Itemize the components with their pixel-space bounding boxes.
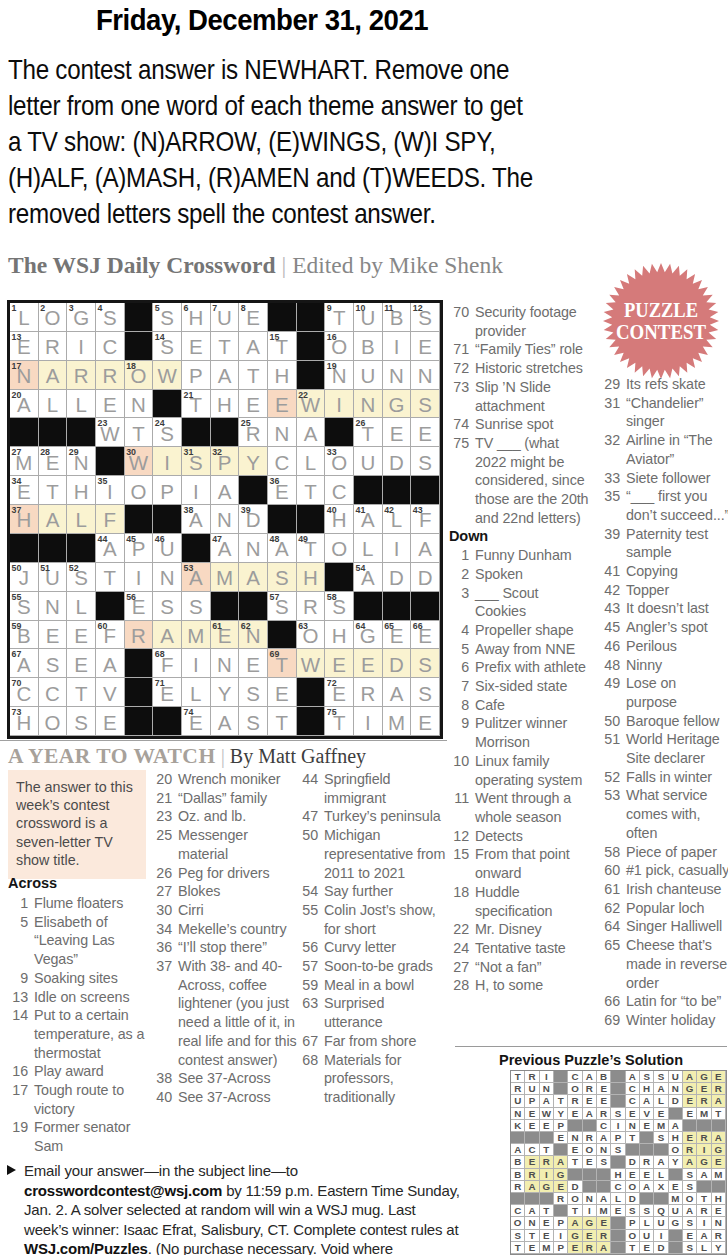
block-cell [297,303,326,332]
letter-cell: R [554,1193,568,1205]
letter-cell: N [268,418,297,447]
letter-cell: E [39,621,68,650]
letter-cell: M [669,1193,683,1205]
letter-cell: G [568,1230,582,1242]
letter-cell: A [654,1083,668,1095]
clue-text: It doesn’t last [626,599,728,618]
cell-number: 43 [413,505,423,515]
cell-number: 33 [327,447,337,457]
block-cell [239,476,268,505]
clue-number: 50 [298,826,324,882]
letter-cell: I [540,1169,554,1181]
clue-number: 69 [600,1011,626,1030]
cell-letter: E [354,649,382,677]
block-cell [125,649,154,678]
letter-cell: S [511,1230,525,1242]
clue-75: 75TV ___ (what 2022 might be considered,… [449,434,592,528]
cell-letter: A [153,621,181,649]
clue-text: Tentative taste [475,939,592,958]
letter-cell: C [39,678,68,707]
masthead-title: The WSJ Daily Crossword [8,252,275,278]
clue-text: From that point onward [475,845,592,882]
block-cell [554,1071,568,1083]
clue-5: 5Away from NNE [449,640,592,659]
clue-53: 53What service comes with, often [600,786,728,842]
letter-cell: A [39,505,68,534]
cell-letter: H [67,476,95,504]
letter-cell: 5S [153,303,182,332]
cell-letter: O [325,534,353,562]
letter-cell: 57S [268,592,297,621]
block-cell [568,1120,582,1132]
cell-letter: S [182,592,210,620]
letter-cell: E [568,1108,582,1120]
letter-cell: N [525,1217,539,1229]
clue-column-right-1: 70Security footage provider71“Family Tie… [449,303,592,995]
down-clues-29-69: 29Its refs skate31“Chandelier” singer32A… [600,375,728,1030]
clue-number: 20 [152,770,178,789]
clue-number: 64 [600,917,626,936]
block-cell [297,361,326,390]
letter-cell: G [554,1169,568,1181]
cell-letter: S [39,649,67,677]
cell-letter: N [268,418,296,446]
letter-cell: I [125,563,154,592]
letter-cell: E [654,1108,668,1120]
clue-text: Siete follower [626,469,728,488]
cell-letter: A [239,332,267,360]
clue-18: 18Huddle specification [449,883,592,920]
letter-cell: R [712,1083,726,1095]
divider-right [455,1046,727,1047]
letter-cell: 46U [153,534,182,563]
letter-cell: C [268,447,297,476]
cell-number: 58 [327,592,337,602]
letter-cell: A [597,1193,611,1205]
letter-cell: H [325,621,354,650]
letter-cell: 41A [354,505,383,534]
letter-cell: S [411,678,440,707]
letter-cell: 63O [297,621,326,650]
letter-cell: A [211,707,240,736]
clue-12: 12Detects [449,827,592,846]
letter-cell: P [153,476,182,505]
block-cell [554,1144,568,1156]
cell-letter: N [411,361,439,389]
clue-number: 1 [8,894,34,913]
clue-number: 58 [600,843,626,862]
clue-number: 61 [600,880,626,899]
clue-52: 52Falls in winter [600,768,728,787]
clue-text: Funny Dunham [475,546,592,565]
block-cell [669,1169,683,1181]
clue-text: Tough route to victory [34,1081,150,1118]
cell-letter: M [182,621,210,649]
clue-text: Mekelle’s country [178,920,298,939]
letter-cell: T [511,1242,525,1254]
cell-letter: E [67,649,95,677]
clue-number: 57 [298,957,324,976]
letter-cell: R [525,1071,539,1083]
letter-cell: H [669,1132,683,1144]
cell-letter: T [297,476,325,504]
cell-letter: G [383,390,411,418]
letter-cell: P [554,1242,568,1254]
letter-cell: N [211,649,240,678]
clue-number: 75 [449,434,475,528]
letter-cell: T [297,476,326,505]
clue-number: 56 [298,938,324,957]
cell-letter: U [354,361,382,389]
clue-46: 46Perilous [600,637,728,656]
block-cell [411,592,440,621]
clue-number: 44 [298,770,324,807]
clue-number: 73 [449,378,475,415]
letter-cell: W [540,1108,554,1120]
cell-letter: S [153,592,181,620]
cell-letter: A [211,707,239,735]
cell-number: 74 [183,707,193,717]
letter-cell: 42L [383,505,412,534]
letter-cell: B [511,1169,525,1181]
block-cell [411,476,440,505]
clue-44: 44Springfield immigrant [298,770,446,807]
cell-number: 70 [12,678,22,688]
clue-66: 66Latin for “to be” [600,992,728,1011]
clue-23: 23Oz. and lb. [152,807,298,826]
clue-text: Topper [626,581,728,600]
letter-cell: I [354,707,383,736]
cell-number: 68 [155,649,165,659]
letter-cell: N [568,1132,582,1144]
letter-cell: 64G [354,621,383,650]
letter-cell: 62N [239,621,268,650]
letter-cell: E [583,1156,597,1168]
letter-cell: E [325,649,354,678]
letter-cell: S [626,1205,640,1217]
cell-letter: E [411,707,439,735]
block-cell [383,592,412,621]
cell-letter: E [239,390,267,418]
letter-cell: T [211,332,240,361]
letter-cell: 19N [325,361,354,390]
clue-text: Cafe [475,696,592,715]
block-cell [96,592,125,621]
clue-number: 52 [600,768,626,787]
clue-number: 49 [600,674,626,711]
clue-text: Colin Jost’s show, for short [324,901,446,938]
cell-letter: R [96,361,124,389]
letter-cell: A [211,361,240,390]
letter-cell: 58S [325,592,354,621]
cell-number: 65 [384,621,394,631]
clue-text: Materials for professors, traditionally [324,1051,446,1107]
clue-39: 39Paternity test sample [600,525,728,562]
cell-number: 29 [69,447,79,457]
cell-number: 44 [97,534,107,544]
letter-cell: A [525,1181,539,1193]
clue-number: 47 [298,807,324,826]
clue-text: Huddle specification [475,883,592,920]
letter-cell: E [525,1120,539,1132]
cell-number: 57 [269,592,279,602]
letter-cell: A [239,563,268,592]
letter-cell: I [554,1230,568,1242]
cell-letter: L [67,505,95,533]
letter-cell: A [583,1071,597,1083]
cell-number: 9 [327,303,332,313]
clue-text: Surprised utterance [324,994,446,1031]
cell-letter: Y [239,447,267,475]
letter-cell: E [597,1083,611,1095]
letter-cell: M [697,1108,711,1120]
letter-cell: 28E [39,447,68,476]
clue-37: 37With 38- and 40-Across, coffee lighten… [152,957,298,1069]
cell-letter: T [67,678,95,706]
clue-29: 29Its refs skate [600,375,728,394]
letter-cell: N [669,1083,683,1095]
cell-letter: R [39,332,67,360]
clue-number: 33 [600,469,626,488]
letter-cell: 43F [411,505,440,534]
clue-text: See 37-Across [178,1088,298,1107]
letter-cell: N [411,361,440,390]
cell-number: 2 [40,303,45,313]
letter-cell: U [654,1217,668,1229]
cell-letter: O [39,707,67,735]
letter-cell: E [640,1169,654,1181]
clue-number: 39 [600,525,626,562]
clue-51: 51World Heritage Site declarer [600,730,728,767]
clue-10: 10Linux family operating system [449,752,592,789]
cell-number: 19 [327,361,337,371]
letter-cell: R [511,1181,525,1193]
letter-cell: E [239,390,268,419]
cell-number: 66 [413,621,423,631]
cell-letter: L [39,390,67,418]
cell-letter: I [383,332,411,360]
clue-3: 3___ Scout Cookies [449,584,592,621]
cell-letter: B [354,332,382,360]
letter-cell: G [383,390,412,419]
clue-42: 42Topper [600,581,728,600]
cell-letter: P [182,361,210,389]
cell-letter: E [411,418,439,446]
clue-text: Pulitzer winner Morrison [475,714,592,751]
cell-letter: E [268,390,296,418]
clue-17: 17Tough route to victory [8,1081,150,1118]
clue-60: 60#1 pick, casually [600,861,728,880]
clue-text: Latin for “to be” [626,992,728,1011]
letter-cell: S [611,1108,625,1120]
letter-cell: E [683,1095,697,1107]
letter-cell: C [96,332,125,361]
clue-number: 25 [152,826,178,863]
cell-number: 45 [126,534,136,544]
cell-letter: E [239,649,267,677]
cell-letter: R [354,678,382,706]
clue-text: Elisabeth of “Leaving Las Vegas” [34,913,150,969]
letter-cell: V [640,1108,654,1120]
letter-cell: I [583,1205,597,1217]
clue-number: 26 [152,864,178,883]
letter-cell: G [583,1217,597,1229]
letter-cell: 60F [96,621,125,650]
clue-text: Meal in a bowl [324,976,446,995]
contest-note-box: The answer to this week’s contest crossw… [8,770,146,879]
letter-cell: M [182,621,211,650]
letter-cell: 50J [10,563,39,592]
letter-cell: E [683,1108,697,1120]
cell-letter: P [153,476,181,504]
letter-cell: 31S [182,447,211,476]
down-clues-1-28: 1Funny Dunham2Spoken3___ Scout Cookies4P… [449,546,592,995]
cell-letter: C [96,332,124,360]
letter-cell: E [525,1242,539,1254]
clue-text: Put to a certain temperature, as a therm… [34,1006,150,1062]
clue-text: ___ Scout Cookies [475,584,592,621]
block-cell [712,1181,726,1193]
letter-cell: R [96,361,125,390]
clue-text: Messenger material [178,826,298,863]
letter-cell: 67A [10,649,39,678]
cell-number: 72 [327,678,337,688]
clue-text: Copying [626,562,728,581]
clue-25: 25Messenger material [152,826,298,863]
clue-47: 47Turkey’s peninsula [298,807,446,826]
cell-letter: T [39,476,67,504]
letter-cell: 32P [211,447,240,476]
clue-number: 63 [298,994,324,1031]
page-title: Friday, December 31, 2021 [13,4,511,37]
cell-letter: A [383,678,411,706]
block-cell [67,534,96,563]
cell-letter: W [297,649,325,677]
cell-number: 54 [355,563,365,573]
clue-27: 27Blokes [152,882,298,901]
letter-cell: O [125,476,154,505]
letter-cell: 30W [125,447,154,476]
letter-cell: N [211,505,240,534]
letter-cell: T [540,1144,554,1156]
clue-number: 27 [152,882,178,901]
cell-number: 8 [241,303,246,313]
letter-cell: A [583,1108,597,1120]
letter-cell: S [654,1132,668,1144]
clue-text: Singer Halliwell [626,917,728,936]
clue-number: 17 [8,1081,34,1118]
letter-cell: R [511,1083,525,1095]
title-separator: | [216,744,230,768]
cell-number: 5 [155,303,160,313]
clue-number: 70 [449,303,475,340]
intro-line: The contest answer is NEWHART. Remove on… [8,52,533,88]
letter-cell: D [626,1156,640,1168]
clue-text: Springfield immigrant [324,770,446,807]
letter-cell: E [683,1132,697,1144]
letter-cell: 10U [354,303,383,332]
letter-cell: S [683,1217,697,1229]
letter-cell: T [39,476,68,505]
clue-70: 70Security footage provider [449,303,592,340]
letter-cell: E [669,1181,683,1193]
clue-text: #1 pick, casually [626,861,728,880]
letter-cell: A [153,621,182,650]
clue-30: 30Cirri [152,901,298,920]
letter-cell: R [712,1230,726,1242]
cell-number: 64 [355,621,365,631]
cell-letter: C [268,447,296,475]
clue-number: 38 [152,1069,178,1088]
letter-cell: 1L [10,303,39,332]
clue-text: Slip ’N Slide attachment [475,378,592,415]
block-cell [611,1230,625,1242]
clue-number: 9 [449,714,475,751]
block-cell [153,390,182,419]
letter-cell: E [697,1083,711,1095]
cell-number: 55 [12,592,22,602]
letter-cell: I [153,447,182,476]
block-cell [669,1242,683,1254]
clue-text: Piece of paper [626,843,728,862]
letter-cell: D [383,563,412,592]
letter-cell: E [712,1156,726,1168]
letter-cell: 65E [383,621,412,650]
letter-cell: S [239,707,268,736]
letter-cell: 56E [125,592,154,621]
cell-number: 59 [12,621,22,631]
clue-20: 20Wrench moniker [152,770,298,789]
letter-cell: T [96,563,125,592]
letter-cell: C [626,1095,640,1107]
clue-number: 74 [449,415,475,434]
cell-letter: H [211,390,239,418]
across-clues-1-19: 1Flume floaters5Elisabeth of “Leaving La… [8,894,150,1156]
intro-line: removed letters spell the contest answer… [8,196,533,232]
cell-letter: T [268,707,296,735]
divider-left [0,740,447,741]
cell-letter: I [153,447,181,475]
letter-cell: 17N [10,361,39,390]
clue-number: 9 [8,969,34,988]
clue-33: 33Siete follower [600,469,728,488]
letter-cell: E [411,332,440,361]
letter-cell: A [712,1132,726,1144]
letter-cell: E [554,1132,568,1144]
letter-cell: E [611,1205,625,1217]
clue-text: Sunrise spot [475,415,592,434]
clue-41: 41Copying [600,562,728,581]
letter-cell: E [683,1230,697,1242]
letter-cell: 4S [96,303,125,332]
letter-cell: 23W [96,418,125,447]
letter-cell: 33O [325,447,354,476]
cell-number: 20 [12,390,22,400]
letter-cell: 21T [182,390,211,419]
letter-cell: 44A [96,534,125,563]
cell-number: 23 [97,418,107,428]
letter-cell: A [96,649,125,678]
letter-cell: N [597,1144,611,1156]
letter-cell: L [611,1193,625,1205]
clue-number: 45 [600,618,626,637]
clue-number: 72 [449,359,475,378]
letter-cell: E [411,707,440,736]
clue-number: 30 [152,901,178,920]
letter-cell: E [525,1156,539,1168]
across-clues-70-75: 70Security footage provider71“Family Tie… [449,303,592,527]
block-cell [182,418,211,447]
